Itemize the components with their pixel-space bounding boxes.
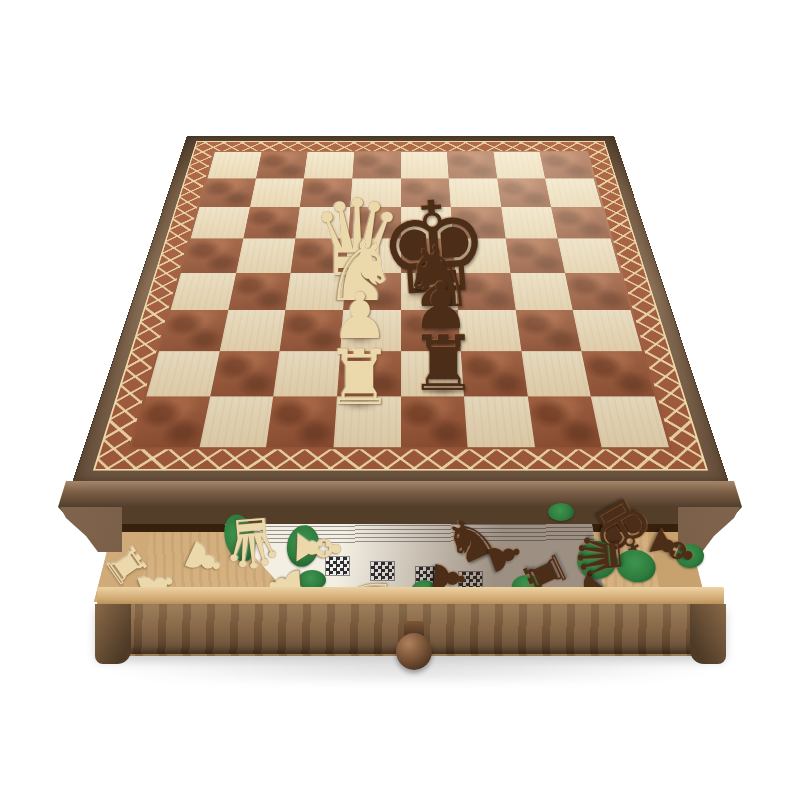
drawer-front-molding-left [95,604,131,664]
square-g5 [505,238,565,272]
square-g2 [521,351,591,397]
drawer-front-molding-right [690,604,726,664]
square-h4 [565,273,630,310]
square-g7 [497,178,551,207]
square-b7 [250,178,304,207]
black-rook: ♜ [409,326,477,402]
square-b1 [199,397,273,448]
drawer-knob [396,633,432,670]
felt-pad [548,503,574,521]
square-a6 [191,207,250,238]
square-a8 [207,152,261,179]
square-h6 [551,207,610,238]
square-g6 [501,207,558,238]
square-b6 [243,207,300,238]
square-b3 [219,310,285,351]
square-a4 [171,273,236,310]
white-rook: ♜ [325,340,393,416]
square-h7 [545,178,601,207]
square-g8 [493,152,545,179]
square-h3 [573,310,642,351]
square-g1 [528,397,602,448]
square-b2 [210,351,280,397]
square-d8 [352,152,400,179]
square-h1 [591,397,669,448]
square-h2 [582,351,655,397]
square-a5 [181,238,243,272]
square-h8 [540,152,594,179]
square-b5 [236,238,296,272]
square-a3 [159,310,228,351]
square-b8 [256,152,308,179]
square-a7 [199,178,255,207]
square-g3 [515,310,581,351]
square-g4 [510,273,573,310]
square-a1 [132,397,210,448]
square-c8 [304,152,354,179]
square-b4 [228,273,291,310]
drawer-front-rim [97,587,724,605]
square-h5 [558,238,620,272]
chess-box-scene: ♛♝♟♟♟♞♜♟♚♛♞♟♜♟♝♟ ♛♞♟♜♚♞♟♜ [0,0,800,800]
square-a2 [146,351,219,397]
